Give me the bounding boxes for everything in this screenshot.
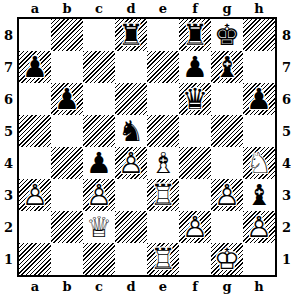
square-g2[interactable] [211, 211, 243, 243]
square-g6[interactable] [211, 83, 243, 115]
file-label-top-a: a [19, 0, 51, 17]
white-pawn: ♙ [211, 179, 243, 211]
black-knight-halo: ♞ [115, 115, 147, 147]
white-pawn: ♙ [243, 211, 275, 243]
white-rook-halo: ♜ [147, 243, 179, 275]
white-pawn: ♙ [115, 147, 147, 179]
square-h6[interactable]: ♟♟ [243, 83, 275, 115]
square-f6[interactable]: ♛♛ [179, 83, 211, 115]
black-pawn: ♟ [179, 51, 211, 83]
file-label-bottom-h: h [243, 278, 275, 295]
square-a2[interactable] [19, 211, 51, 243]
rank-label-left-3: 3 [0, 179, 17, 211]
rank-label-right-2: 2 [278, 211, 295, 243]
file-label-top-f: f [179, 0, 211, 17]
square-f8[interactable]: ♜♜ [179, 19, 211, 51]
chess-diagram: abcdefgh abcdefgh 87654321 87654321 ♜♜♜♜… [0, 0, 295, 295]
white-pawn-halo: ♟ [211, 179, 243, 211]
square-c2[interactable]: ♛♕ [83, 211, 115, 243]
square-a3[interactable]: ♟♙ [19, 179, 51, 211]
rank-label-right-6: 6 [278, 83, 295, 115]
square-d8[interactable]: ♜♜ [115, 19, 147, 51]
black-pawn: ♟ [83, 147, 115, 179]
rank-label-left-2: 2 [0, 211, 17, 243]
black-bishop-halo: ♝ [211, 51, 243, 83]
file-label-top-c: c [83, 0, 115, 17]
rank-label-left-4: 4 [0, 147, 17, 179]
file-label-bottom-e: e [147, 278, 179, 295]
square-h5[interactable] [243, 115, 275, 147]
square-c5[interactable] [83, 115, 115, 147]
file-label-top-e: e [147, 0, 179, 17]
white-rook: ♖ [147, 179, 179, 211]
square-f7[interactable]: ♟♟ [179, 51, 211, 83]
rank-label-right-5: 5 [278, 115, 295, 147]
square-c4[interactable]: ♟♟ [83, 147, 115, 179]
white-pawn: ♙ [179, 211, 211, 243]
black-pawn-halo: ♟ [243, 83, 275, 115]
white-pawn: ♙ [19, 179, 51, 211]
black-bishop-halo: ♝ [243, 179, 275, 211]
white-knight: ♘ [243, 147, 275, 179]
black-bishop: ♝ [243, 179, 275, 211]
black-pawn: ♟ [19, 51, 51, 83]
white-king-halo: ♚ [211, 243, 243, 275]
square-b1[interactable] [51, 243, 83, 275]
square-b8[interactable] [51, 19, 83, 51]
square-f1[interactable] [179, 243, 211, 275]
square-d1[interactable] [115, 243, 147, 275]
file-label-top-h: h [243, 0, 275, 17]
white-queen-halo: ♛ [83, 211, 115, 243]
white-king: ♔ [211, 243, 243, 275]
square-g7[interactable]: ♝♝ [211, 51, 243, 83]
square-h2[interactable]: ♟♙ [243, 211, 275, 243]
file-label-bottom-b: b [51, 278, 83, 295]
white-knight-halo: ♞ [243, 147, 275, 179]
square-g4[interactable] [211, 147, 243, 179]
file-label-bottom-g: g [211, 278, 243, 295]
square-g1[interactable]: ♚♔ [211, 243, 243, 275]
square-c1[interactable] [83, 243, 115, 275]
square-a5[interactable] [19, 115, 51, 147]
white-rook-halo: ♜ [147, 179, 179, 211]
square-e4[interactable]: ♝♗ [147, 147, 179, 179]
white-pawn-halo: ♟ [179, 211, 211, 243]
rank-label-left-8: 8 [0, 19, 17, 51]
black-bishop: ♝ [211, 51, 243, 83]
square-b3[interactable] [51, 179, 83, 211]
square-c8[interactable] [83, 19, 115, 51]
square-e1[interactable]: ♜♖ [147, 243, 179, 275]
white-queen: ♕ [83, 211, 115, 243]
rank-label-left-5: 5 [0, 115, 17, 147]
square-d6[interactable] [115, 83, 147, 115]
square-e7[interactable] [147, 51, 179, 83]
square-d7[interactable] [115, 51, 147, 83]
rank-labels-left: 87654321 [0, 19, 17, 275]
square-d4[interactable]: ♟♙ [115, 147, 147, 179]
file-label-bottom-f: f [179, 278, 211, 295]
file-label-bottom-c: c [83, 278, 115, 295]
white-pawn-halo: ♟ [243, 211, 275, 243]
white-pawn-halo: ♟ [83, 179, 115, 211]
rank-label-right-1: 1 [278, 243, 295, 275]
black-pawn: ♟ [243, 83, 275, 115]
square-h4[interactable]: ♞♘ [243, 147, 275, 179]
square-e5[interactable] [147, 115, 179, 147]
black-king: ♚ [211, 19, 243, 51]
square-b7[interactable] [51, 51, 83, 83]
black-pawn-halo: ♟ [83, 147, 115, 179]
square-d3[interactable] [115, 179, 147, 211]
square-f4[interactable] [179, 147, 211, 179]
black-king-halo: ♚ [211, 19, 243, 51]
file-label-bottom-d: d [115, 278, 147, 295]
square-a7[interactable]: ♟♟ [19, 51, 51, 83]
square-e2[interactable] [147, 211, 179, 243]
black-pawn-halo: ♟ [19, 51, 51, 83]
black-pawn-halo: ♟ [179, 51, 211, 83]
square-a4[interactable] [19, 147, 51, 179]
square-g3[interactable]: ♟♙ [211, 179, 243, 211]
rank-label-right-7: 7 [278, 51, 295, 83]
file-label-bottom-a: a [19, 278, 51, 295]
square-c3[interactable]: ♟♙ [83, 179, 115, 211]
square-c7[interactable] [83, 51, 115, 83]
black-knight: ♞ [115, 115, 147, 147]
square-h8[interactable] [243, 19, 275, 51]
black-pawn: ♟ [51, 83, 83, 115]
file-label-top-g: g [211, 0, 243, 17]
square-a8[interactable] [19, 19, 51, 51]
square-f3[interactable] [179, 179, 211, 211]
square-g5[interactable] [211, 115, 243, 147]
square-b5[interactable] [51, 115, 83, 147]
square-h3[interactable]: ♝♝ [243, 179, 275, 211]
square-a6[interactable] [19, 83, 51, 115]
square-g8[interactable]: ♚♚ [211, 19, 243, 51]
square-h1[interactable] [243, 243, 275, 275]
black-queen-halo: ♛ [179, 83, 211, 115]
white-bishop-halo: ♝ [147, 147, 179, 179]
square-f2[interactable]: ♟♙ [179, 211, 211, 243]
file-labels-bottom: abcdefgh [19, 278, 275, 295]
black-rook-halo: ♜ [179, 19, 211, 51]
square-d2[interactable] [115, 211, 147, 243]
black-rook: ♜ [179, 19, 211, 51]
square-b2[interactable] [51, 211, 83, 243]
black-rook-halo: ♜ [115, 19, 147, 51]
white-bishop: ♗ [147, 147, 179, 179]
square-b6[interactable]: ♟♟ [51, 83, 83, 115]
black-pawn-halo: ♟ [51, 83, 83, 115]
file-labels-top: abcdefgh [19, 0, 275, 17]
black-queen: ♛ [179, 83, 211, 115]
square-a1[interactable] [19, 243, 51, 275]
rank-label-right-8: 8 [278, 19, 295, 51]
white-rook: ♖ [147, 243, 179, 275]
square-e8[interactable] [147, 19, 179, 51]
rank-label-left-7: 7 [0, 51, 17, 83]
square-b4[interactable] [51, 147, 83, 179]
file-label-top-d: d [115, 0, 147, 17]
white-pawn-halo: ♟ [115, 147, 147, 179]
rank-label-left-6: 6 [0, 83, 17, 115]
white-pawn: ♙ [83, 179, 115, 211]
square-f5[interactable] [179, 115, 211, 147]
rank-label-right-3: 3 [278, 179, 295, 211]
square-c6[interactable] [83, 83, 115, 115]
square-e6[interactable] [147, 83, 179, 115]
chess-board: ♜♜♜♜♚♚♟♟♟♟♝♝♟♟♛♛♟♟♞♞♟♟♟♙♝♗♞♘♟♙♟♙♜♖♟♙♝♝♛♕… [17, 17, 277, 277]
rank-labels-right: 87654321 [278, 19, 295, 275]
square-d5[interactable]: ♞♞ [115, 115, 147, 147]
file-label-top-b: b [51, 0, 83, 17]
rank-label-right-4: 4 [278, 147, 295, 179]
square-h7[interactable] [243, 51, 275, 83]
black-rook: ♜ [115, 19, 147, 51]
white-pawn-halo: ♟ [19, 179, 51, 211]
rank-label-left-1: 1 [0, 243, 17, 275]
square-e3[interactable]: ♜♖ [147, 179, 179, 211]
